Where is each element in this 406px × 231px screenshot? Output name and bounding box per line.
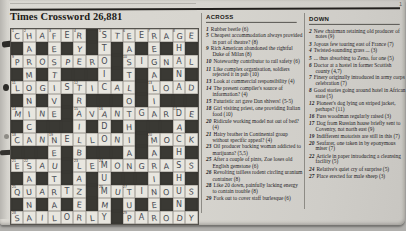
cell-7-9[interactable]: N bbox=[111, 107, 123, 120]
handwritten-letter: S bbox=[173, 161, 185, 173]
cell-3-10[interactable]: 10S bbox=[123, 55, 135, 68]
handwritten-letter: D bbox=[173, 109, 185, 121]
cell-8-2[interactable]: C bbox=[23, 120, 35, 133]
handwritten-letter: S bbox=[98, 31, 110, 43]
handwritten-letter: L bbox=[85, 134, 99, 147]
clue-down-4: 4 Twisted-sounding grass ... (3) bbox=[309, 48, 406, 54]
block-4-15 bbox=[185, 68, 197, 81]
handwritten-letter: E bbox=[185, 30, 198, 43]
cell-8-8[interactable]: D bbox=[98, 120, 110, 133]
block-9-11 bbox=[135, 133, 147, 146]
cell-7-7[interactable]: V bbox=[86, 107, 98, 120]
handwritten-letter: N bbox=[48, 134, 61, 146]
handwritten-letter: I bbox=[147, 173, 161, 186]
cell-9-9[interactable]: N bbox=[111, 133, 123, 146]
cell-13-14[interactable]: U bbox=[173, 185, 185, 198]
clue-across-1: 1 Rubber beetle (6) bbox=[206, 26, 303, 32]
cell-3-12[interactable]: G bbox=[148, 55, 160, 68]
cell-15-14[interactable]: D bbox=[173, 211, 185, 224]
cell-12-4[interactable]: T bbox=[48, 172, 60, 185]
cell-2-10[interactable]: A bbox=[123, 42, 135, 55]
cell-4-2[interactable]: M bbox=[23, 68, 35, 81]
cell-5-4[interactable]: I bbox=[48, 81, 60, 94]
handwritten-letter: A bbox=[23, 134, 37, 147]
handwritten-letter: T bbox=[123, 69, 136, 81]
handwritten-letter: I bbox=[135, 57, 147, 69]
handwritten-letter: R bbox=[85, 56, 99, 69]
block-2-13 bbox=[160, 42, 172, 55]
cell-11-11[interactable]: G bbox=[135, 159, 147, 172]
block-8-12 bbox=[148, 120, 160, 133]
handwritten-letter: O bbox=[23, 82, 37, 95]
clue-text: Twisted-sounding grass ... (3) bbox=[312, 48, 377, 54]
cell-12-2[interactable]: A bbox=[23, 172, 35, 185]
cell-12-6[interactable]: A bbox=[73, 172, 85, 185]
handwritten-letter: G bbox=[135, 109, 147, 121]
cell-1-6[interactable]: 4R bbox=[73, 29, 85, 42]
handwritten-letter: N bbox=[110, 134, 123, 147]
cell-1-13[interactable]: A bbox=[160, 29, 172, 42]
clue-across-9: 9 Rich American abandoned the rightful D… bbox=[206, 46, 303, 58]
cell-15-2[interactable]: A bbox=[23, 211, 35, 224]
cell-13-4[interactable]: R bbox=[48, 185, 60, 198]
cell-7-11[interactable]: G bbox=[135, 107, 147, 120]
handwritten-letter: U bbox=[23, 186, 37, 199]
cell-5-8[interactable]: C bbox=[98, 81, 110, 94]
handwritten-letter: R bbox=[73, 30, 86, 43]
block-8-13 bbox=[160, 120, 172, 133]
cell-1-9[interactable]: T bbox=[111, 29, 123, 42]
cell-6-4[interactable]: V bbox=[48, 94, 60, 107]
cell-13-10[interactable]: 27T bbox=[123, 185, 135, 198]
handwritten-letter: H bbox=[173, 174, 185, 186]
handwritten-letter: O bbox=[160, 82, 173, 94]
handwritten-letter: A bbox=[173, 57, 185, 69]
handwritten-letter: A bbox=[23, 43, 37, 56]
cell-6-12[interactable]: I bbox=[148, 94, 160, 107]
cell-14-14[interactable]: N bbox=[173, 198, 185, 211]
cell-1-3[interactable]: A bbox=[36, 29, 48, 42]
handwritten-letter: R bbox=[48, 186, 61, 198]
cell-5-13[interactable]: O bbox=[160, 81, 172, 94]
handwritten-letter: A bbox=[23, 173, 37, 186]
cell-13-2[interactable]: U bbox=[23, 185, 35, 198]
cell-13-11[interactable]: I bbox=[135, 185, 147, 198]
across-heading: ACROSS bbox=[206, 13, 303, 20]
clue-text: Like 20 down, painfully lacking energy t… bbox=[212, 182, 298, 194]
page-edge-rule bbox=[10, 3, 196, 4]
cell-1-5[interactable]: E bbox=[61, 29, 73, 42]
cell-14-6[interactable]: E bbox=[73, 198, 85, 211]
cell-13-6[interactable]: Z bbox=[73, 185, 85, 198]
cell-5-7[interactable]: I bbox=[86, 81, 98, 94]
block-11-5 bbox=[61, 159, 73, 172]
block-7-5 bbox=[61, 107, 73, 120]
cell-10-10[interactable]: A bbox=[123, 146, 135, 159]
cell-2-8[interactable]: T bbox=[98, 42, 110, 55]
clue-text: Look at commercial responsibility (4) bbox=[212, 78, 294, 84]
cell-14-4[interactable]: A bbox=[48, 198, 60, 211]
handwritten-letter: S bbox=[23, 160, 37, 173]
handwritten-letter: N bbox=[23, 95, 37, 108]
heading-rule bbox=[206, 22, 297, 23]
cell-11-13[interactable]: A bbox=[160, 159, 172, 172]
block-14-3 bbox=[36, 198, 48, 211]
cell-9-12[interactable]: 20M bbox=[148, 133, 160, 146]
clue-text: Futuristic art gave Dan shivers! (5-5) bbox=[212, 98, 293, 104]
block-1-7 bbox=[86, 29, 98, 42]
cell-5-12[interactable]: 13L bbox=[148, 81, 160, 94]
clue-text: Finery originally introduced in army cor… bbox=[312, 74, 404, 86]
cell-6-2[interactable]: N bbox=[23, 94, 35, 107]
cell-11-3[interactable]: A bbox=[36, 159, 48, 172]
handwritten-letter: R bbox=[73, 212, 86, 225]
cell-15-8[interactable]: Y bbox=[98, 211, 110, 224]
cell-3-3[interactable]: O bbox=[36, 55, 48, 68]
cell-13-13[interactable]: O bbox=[160, 185, 172, 198]
handwritten-letter: E bbox=[48, 108, 61, 120]
cell-5-14[interactable]: A bbox=[173, 81, 185, 94]
cell-9-4[interactable]: 19N bbox=[48, 133, 60, 146]
block-14-7 bbox=[86, 198, 98, 211]
cell-9-2[interactable]: A bbox=[23, 133, 35, 146]
block-10-3 bbox=[36, 146, 48, 159]
block-2-3 bbox=[36, 42, 48, 55]
block-8-3 bbox=[36, 120, 48, 133]
clue-across-23: 23 Oil producer backing woman addicted t… bbox=[206, 144, 303, 156]
handwritten-letter: E bbox=[61, 135, 73, 147]
handwritten-letter: I bbox=[23, 108, 37, 121]
cell-5-5[interactable]: S bbox=[61, 81, 73, 94]
cell-7-13[interactable]: R bbox=[160, 107, 172, 120]
clue-text: Place erected for male sheep (3) bbox=[315, 173, 385, 179]
cell-2-12[interactable]: E bbox=[148, 42, 160, 55]
cell-15-7[interactable]: L bbox=[86, 211, 98, 224]
block-8-7 bbox=[86, 120, 98, 133]
cell-2-6[interactable]: Y bbox=[73, 42, 85, 55]
block-2-15 bbox=[185, 42, 197, 55]
cell-7-6[interactable]: 15A bbox=[73, 107, 85, 120]
cell-2-4[interactable]: E bbox=[48, 42, 60, 55]
crossword-grid: 1C2HA3FE4R5ST6EE7RA8GEAEYTAEH9PROSPERO10… bbox=[10, 28, 199, 225]
handwritten-letter: H bbox=[173, 148, 185, 160]
cell-2-2[interactable]: A bbox=[23, 42, 35, 55]
cell-5-3[interactable]: G bbox=[36, 81, 48, 94]
handwritten-letter: L bbox=[73, 160, 86, 173]
block-4-6 bbox=[73, 68, 85, 81]
cell-7-4[interactable]: E bbox=[48, 107, 60, 120]
cell-14-10[interactable]: U bbox=[123, 198, 135, 211]
cell-11-6[interactable]: 23L bbox=[73, 159, 85, 172]
cell-10-14[interactable]: H bbox=[173, 146, 185, 159]
cell-8-6[interactable]: I bbox=[73, 120, 85, 133]
handwritten-letter: N bbox=[110, 108, 123, 121]
down-clue-column: DOWN 2 New chairman retaining old produc… bbox=[309, 15, 406, 180]
cell-1-15[interactable]: E bbox=[185, 29, 197, 42]
block-10-8 bbox=[98, 146, 110, 159]
cell-7-12[interactable]: A bbox=[148, 107, 160, 120]
handwritten-letter: T bbox=[110, 30, 123, 43]
handwritten-letter: O bbox=[123, 95, 136, 107]
cell-7-2[interactable]: I bbox=[23, 107, 35, 120]
binder-hole bbox=[4, 134, 9, 139]
block-14-13 bbox=[160, 198, 172, 211]
handwritten-letter: U bbox=[123, 199, 136, 211]
clue-down-19: 19 Indifferent motorists are still in th… bbox=[309, 133, 406, 139]
cell-9-7[interactable]: L bbox=[86, 133, 98, 146]
clue-across-21: 21 Hairy brother in Continental group wi… bbox=[206, 131, 303, 143]
cell-13-9[interactable]: U bbox=[111, 185, 123, 198]
handwritten-letter: E bbox=[123, 30, 136, 42]
clue-down-27: 27 Place erected for male sheep (3) bbox=[309, 173, 406, 179]
handwritten-letter: C bbox=[23, 121, 37, 134]
cell-13-8[interactable]: 26M bbox=[98, 185, 110, 198]
block-8-15 bbox=[185, 120, 197, 133]
cell-1-12[interactable]: 7R bbox=[148, 29, 160, 42]
cell-9-13[interactable]: O bbox=[160, 133, 172, 146]
handwritten-letter: O bbox=[110, 160, 123, 173]
cutting-left-edge bbox=[0, 0, 9, 219]
block-10-15 bbox=[185, 146, 197, 159]
block-6-5 bbox=[61, 94, 73, 107]
clue-text: Joyous few touring east of France (7) bbox=[312, 41, 393, 47]
cell-10-6[interactable]: B bbox=[73, 146, 85, 159]
cell-4-12[interactable]: A bbox=[148, 68, 160, 81]
handwritten-letter: I bbox=[98, 70, 110, 82]
block-12-15 bbox=[185, 172, 197, 185]
handwritten-letter: L bbox=[48, 212, 61, 224]
block-13-7 bbox=[86, 185, 98, 198]
cell-3-13[interactable]: N bbox=[160, 55, 172, 68]
cell-3-6[interactable]: E bbox=[73, 55, 85, 68]
cell-3-8[interactable]: O bbox=[98, 55, 110, 68]
cell-15-4[interactable]: L bbox=[48, 211, 60, 224]
cell-2-14[interactable]: H bbox=[173, 42, 185, 55]
cell-4-14[interactable]: N bbox=[173, 68, 185, 81]
cell-9-15[interactable]: K bbox=[185, 133, 197, 146]
clue-text: Pioneer's dog lying on striped jacket, p… bbox=[315, 100, 395, 112]
cell-15-11[interactable]: A bbox=[135, 211, 147, 224]
cell-11-10[interactable]: N bbox=[123, 159, 135, 172]
handwritten-letter: E bbox=[73, 199, 86, 212]
clue-down-8: 8 Good stories going around hotel in Afr… bbox=[309, 87, 406, 99]
block-6-7 bbox=[86, 94, 98, 107]
cell-5-10[interactable]: L bbox=[123, 81, 135, 94]
handwritten-letter: C bbox=[98, 83, 110, 95]
clue-text: Ridicule working model not out of bed? (… bbox=[212, 118, 299, 130]
cell-13-15[interactable]: S bbox=[185, 185, 197, 198]
clue-text: Rubber beetle (6) bbox=[209, 26, 248, 32]
handwritten-letter: T bbox=[123, 186, 136, 198]
cell-12-12[interactable]: I bbox=[148, 172, 160, 185]
cell-5-6[interactable]: 12T bbox=[73, 81, 85, 94]
clue-across-15: 15 Futuristic art gave Dan shivers! (5-5… bbox=[206, 98, 303, 104]
handwritten-letter: M bbox=[98, 161, 110, 173]
cell-9-6[interactable]: L bbox=[73, 133, 85, 146]
cell-9-8[interactable]: O bbox=[98, 133, 110, 146]
block-4-5 bbox=[61, 68, 73, 81]
block-10-11 bbox=[135, 146, 147, 159]
block-8-11 bbox=[135, 120, 147, 133]
block-5-11 bbox=[135, 81, 147, 94]
handwritten-letter: N bbox=[173, 70, 185, 82]
cell-1-8[interactable]: 5S bbox=[98, 29, 110, 42]
cell-5-2[interactable]: O bbox=[23, 81, 35, 94]
cell-9-5[interactable]: E bbox=[61, 133, 73, 146]
cell-5-15[interactable]: D bbox=[185, 81, 197, 94]
handwritten-letter: D bbox=[98, 122, 110, 134]
cell-10-12[interactable]: A bbox=[148, 146, 160, 159]
cell-6-10[interactable]: O bbox=[123, 94, 135, 107]
clue-across-29: 29 Fork out to cover staff burlesque (6) bbox=[206, 195, 303, 201]
cell-4-8[interactable]: I bbox=[98, 68, 110, 81]
cell-4-10[interactable]: T bbox=[123, 68, 135, 81]
block-2-9 bbox=[111, 42, 123, 55]
cell-8-10[interactable]: H bbox=[123, 120, 135, 133]
clue-across-18: 18 Girl visiting priest, one providing I… bbox=[206, 105, 303, 117]
clue-text: Cheapest accommodation always provided i… bbox=[209, 33, 302, 45]
handwritten-letter: H bbox=[173, 44, 185, 56]
clue-text: Article in paper introducing a cleansing… bbox=[315, 153, 401, 165]
cell-1-2[interactable]: 2H bbox=[23, 29, 35, 42]
block-2-5 bbox=[61, 42, 73, 55]
cell-4-4[interactable]: T bbox=[48, 68, 60, 81]
cell-15-3[interactable]: I bbox=[36, 211, 48, 224]
cell-15-12[interactable]: R bbox=[148, 211, 160, 224]
handwritten-letter: E bbox=[147, 199, 161, 212]
cell-7-3[interactable]: N bbox=[36, 107, 48, 120]
clue-down-17: 17 Dog from Russian house briefly sent t… bbox=[309, 120, 406, 132]
handwritten-letter: T bbox=[123, 108, 136, 120]
cell-13-12[interactable]: N bbox=[148, 185, 160, 198]
cell-14-8[interactable]: M bbox=[98, 198, 110, 211]
page-title: Times Crossword 26,881 bbox=[10, 11, 122, 22]
cell-15-10[interactable]: 29P bbox=[123, 211, 135, 224]
cell-7-10[interactable]: T bbox=[123, 107, 135, 120]
block-12-7 bbox=[86, 172, 98, 185]
handwritten-letter: D bbox=[185, 82, 198, 95]
cell-3-4[interactable]: S bbox=[48, 55, 60, 68]
cell-3-2[interactable]: R bbox=[23, 55, 35, 68]
block-12-5 bbox=[61, 172, 73, 185]
cell-3-11[interactable]: I bbox=[135, 55, 147, 68]
handwritten-letter: N bbox=[173, 200, 185, 212]
block-12-9 bbox=[111, 172, 123, 185]
cell-13-5[interactable]: T bbox=[61, 185, 73, 198]
cell-13-3[interactable]: A bbox=[36, 185, 48, 198]
cell-14-12[interactable]: E bbox=[148, 198, 160, 211]
handwritten-letter: V bbox=[48, 95, 61, 107]
cell-11-12[interactable]: R bbox=[148, 159, 160, 172]
clue-down-22: 22 Article in paper introducing a cleans… bbox=[309, 153, 406, 165]
cell-15-5[interactable]: O bbox=[61, 211, 73, 224]
cell-1-11[interactable]: E bbox=[135, 29, 147, 42]
cell-15-13[interactable]: O bbox=[160, 211, 172, 224]
clue-across-20: 20 Ridicule working model not out of bed… bbox=[206, 118, 303, 130]
cell-9-14[interactable]: C bbox=[173, 133, 185, 146]
across-clue-column: ACROSS 1 Rubber beetle (6)5 Cheapest acc… bbox=[206, 13, 303, 202]
block-14-15 bbox=[185, 198, 197, 211]
cell-9-10[interactable]: I bbox=[123, 133, 135, 146]
clue-text: Oil producer backing woman addicted to m… bbox=[212, 144, 301, 156]
cell-7-15[interactable]: E bbox=[185, 107, 197, 120]
cell-6-6[interactable]: R bbox=[73, 94, 85, 107]
cell-11-14[interactable]: S bbox=[173, 159, 185, 172]
handwritten-letter: R bbox=[160, 108, 173, 120]
cell-3-14[interactable]: A bbox=[173, 55, 185, 68]
handwritten-letter: A bbox=[147, 147, 161, 160]
cell-3-5[interactable]: P bbox=[61, 55, 73, 68]
cell-1-10[interactable]: 6E bbox=[123, 29, 135, 42]
clue-text: Good stories going around hotel in Afric… bbox=[312, 87, 405, 99]
block-15-9 bbox=[111, 211, 123, 224]
cell-11-9[interactable]: O bbox=[111, 159, 123, 172]
clue-down-6: 6 Doctor at a hostel in former Scottish … bbox=[309, 62, 406, 74]
block-10-13 bbox=[160, 146, 172, 159]
block-12-11 bbox=[135, 172, 147, 185]
block-4-7 bbox=[86, 68, 98, 81]
handwritten-letter: A bbox=[23, 212, 37, 225]
cell-12-14[interactable]: H bbox=[173, 172, 185, 185]
cell-11-2[interactable]: 22S bbox=[23, 159, 35, 172]
clue-text: Like complex organisation, soldiers reje… bbox=[212, 65, 290, 77]
handwritten-letter: A bbox=[110, 82, 123, 95]
block-10-1 bbox=[11, 146, 23, 159]
block-12-13 bbox=[160, 172, 172, 185]
clue-down-16: 16 Fuss woodman regularly raised (3) bbox=[309, 113, 406, 119]
cell-1-14[interactable]: 8G bbox=[173, 29, 185, 42]
handwritten-letter: A bbox=[160, 30, 173, 42]
clue-text: Noteworthy contributor to rail safety (6… bbox=[212, 58, 300, 64]
handwritten-letter: R bbox=[23, 56, 37, 69]
handwritten-letter: E bbox=[48, 147, 61, 159]
cell-5-9[interactable]: A bbox=[111, 81, 123, 94]
cell-12-8[interactable]: U bbox=[98, 172, 110, 185]
cell-11-15[interactable]: S bbox=[185, 159, 197, 172]
cell-15-15[interactable]: Y bbox=[185, 211, 197, 224]
block-6-8 bbox=[98, 94, 110, 107]
clue-down-20: 20 Seafarer, one taken in by eponymous m… bbox=[309, 140, 406, 152]
cell-11-7[interactable]: E bbox=[86, 159, 98, 172]
cell-7-14[interactable]: 17D bbox=[173, 107, 185, 120]
clue-across-10: 10 Noteworthy contributor to rail safety… bbox=[206, 58, 303, 64]
handwritten-letter: A bbox=[73, 108, 86, 121]
cell-11-8[interactable]: 24M bbox=[98, 159, 110, 172]
cell-3-15[interactable]: L bbox=[185, 55, 197, 68]
cell-8-14[interactable]: A bbox=[173, 120, 185, 133]
handwritten-letter: E bbox=[185, 108, 199, 121]
cell-14-2[interactable]: N bbox=[23, 198, 35, 211]
handwritten-letter: E bbox=[85, 160, 99, 173]
clue-across-28: 28 Like 20 down, painfully lacking energ… bbox=[206, 182, 303, 194]
cell-3-7[interactable]: R bbox=[86, 55, 98, 68]
clue-text: Fuss woodman regularly raised (3) bbox=[315, 113, 391, 119]
handwritten-letter: F bbox=[48, 30, 61, 42]
cell-9-3[interactable]: N bbox=[36, 133, 48, 146]
clue-across-13: 13 Look at commercial responsibility (4) bbox=[206, 78, 303, 84]
clue-across-14: 14 The present compiler's source of info… bbox=[206, 85, 303, 97]
cell-10-4[interactable]: E bbox=[48, 146, 60, 159]
cell-7-8[interactable]: 16A bbox=[98, 107, 110, 120]
handwritten-letter: O bbox=[160, 186, 173, 198]
block-8-4 bbox=[48, 120, 60, 133]
cell-1-4[interactable]: 3F bbox=[48, 29, 60, 42]
clue-text: ... thus absorbing to Zeno, for one (5) bbox=[312, 55, 393, 61]
handwritten-letter: A bbox=[135, 213, 147, 225]
cell-11-4[interactable]: U bbox=[48, 159, 60, 172]
cell-15-6[interactable]: R bbox=[73, 211, 85, 224]
clue-down-12: 12 Pioneer's dog lying on striped jacket… bbox=[309, 100, 406, 112]
